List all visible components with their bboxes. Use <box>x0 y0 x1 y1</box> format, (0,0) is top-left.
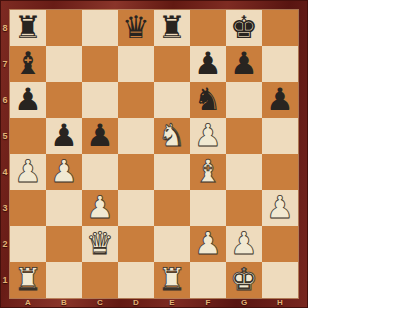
square-d6[interactable] <box>118 82 154 118</box>
square-c7[interactable] <box>82 46 118 82</box>
square-d1[interactable] <box>118 262 154 298</box>
chess-board-squares: ♜♛♜♚♝♟♟♟♞♟♟♟♞♟♟♟♝♟♟♛♟♟♜♜♚ <box>10 10 298 298</box>
square-f6[interactable]: ♞ <box>190 82 226 118</box>
square-g6[interactable] <box>226 82 262 118</box>
square-a8[interactable]: ♜ <box>10 10 46 46</box>
square-d2[interactable] <box>118 226 154 262</box>
square-b2[interactable] <box>46 226 82 262</box>
square-a4[interactable]: ♟ <box>10 154 46 190</box>
square-f7[interactable]: ♟ <box>190 46 226 82</box>
square-d4[interactable] <box>118 154 154 190</box>
black-king-piece[interactable]: ♚ <box>230 9 258 45</box>
square-d5[interactable] <box>118 118 154 154</box>
square-a3[interactable] <box>10 190 46 226</box>
square-e2[interactable] <box>154 226 190 262</box>
rank-label-5: 5 <box>0 118 10 154</box>
square-g3[interactable] <box>226 190 262 226</box>
square-h4[interactable] <box>262 154 298 190</box>
file-label-b: B <box>46 298 82 308</box>
square-e3[interactable] <box>154 190 190 226</box>
file-labels: ABCDEFGH <box>10 298 298 308</box>
black-pawn-piece[interactable]: ♟ <box>230 45 258 81</box>
square-a1[interactable]: ♜ <box>10 262 46 298</box>
black-knight-piece[interactable]: ♞ <box>194 81 222 117</box>
square-e5[interactable]: ♞ <box>154 118 190 154</box>
white-pawn-piece[interactable]: ♟ <box>266 189 294 225</box>
chess-board: 87654321 ABCDEFGH ♜♛♜♚♝♟♟♟♞♟♟♟♞♟♟♟♝♟♟♛♟♟… <box>0 0 308 308</box>
square-c3[interactable]: ♟ <box>82 190 118 226</box>
black-pawn-piece[interactable]: ♟ <box>14 81 42 117</box>
rank-label-1: 1 <box>0 262 10 298</box>
black-bishop-piece[interactable]: ♝ <box>14 45 42 81</box>
file-label-h: H <box>262 298 298 308</box>
white-pawn-piece[interactable]: ♟ <box>230 225 258 261</box>
square-c1[interactable] <box>82 262 118 298</box>
white-pawn-piece[interactable]: ♟ <box>194 117 222 153</box>
rank-label-3: 3 <box>0 190 10 226</box>
square-g7[interactable]: ♟ <box>226 46 262 82</box>
square-f8[interactable] <box>190 10 226 46</box>
file-label-f: F <box>190 298 226 308</box>
square-h3[interactable]: ♟ <box>262 190 298 226</box>
square-d7[interactable] <box>118 46 154 82</box>
rank-label-8: 8 <box>0 10 10 46</box>
square-e8[interactable]: ♜ <box>154 10 190 46</box>
black-rook-piece[interactable]: ♜ <box>158 9 186 45</box>
white-knight-piece[interactable]: ♞ <box>158 117 186 153</box>
square-g4[interactable] <box>226 154 262 190</box>
square-h6[interactable]: ♟ <box>262 82 298 118</box>
square-f5[interactable]: ♟ <box>190 118 226 154</box>
square-b8[interactable] <box>46 10 82 46</box>
square-g8[interactable]: ♚ <box>226 10 262 46</box>
black-pawn-piece[interactable]: ♟ <box>50 117 78 153</box>
square-h2[interactable] <box>262 226 298 262</box>
rank-label-7: 7 <box>0 46 10 82</box>
white-bishop-piece[interactable]: ♝ <box>194 153 222 189</box>
white-pawn-piece[interactable]: ♟ <box>14 153 42 189</box>
square-h7[interactable] <box>262 46 298 82</box>
black-pawn-piece[interactable]: ♟ <box>86 117 114 153</box>
square-b1[interactable] <box>46 262 82 298</box>
file-label-a: A <box>10 298 46 308</box>
square-c8[interactable] <box>82 10 118 46</box>
square-b3[interactable] <box>46 190 82 226</box>
file-label-d: D <box>118 298 154 308</box>
white-king-piece[interactable]: ♚ <box>230 261 258 297</box>
black-pawn-piece[interactable]: ♟ <box>266 81 294 117</box>
file-label-g: G <box>226 298 262 308</box>
square-g2[interactable]: ♟ <box>226 226 262 262</box>
square-e4[interactable] <box>154 154 190 190</box>
square-b7[interactable] <box>46 46 82 82</box>
black-rook-piece[interactable]: ♜ <box>14 9 42 45</box>
square-h5[interactable] <box>262 118 298 154</box>
rank-label-6: 6 <box>0 82 10 118</box>
rank-label-4: 4 <box>0 154 10 190</box>
square-d3[interactable] <box>118 190 154 226</box>
square-f3[interactable] <box>190 190 226 226</box>
page: { "game": "chess", "position": { "fen": … <box>0 0 414 311</box>
square-a6[interactable]: ♟ <box>10 82 46 118</box>
square-f2[interactable]: ♟ <box>190 226 226 262</box>
square-e7[interactable] <box>154 46 190 82</box>
square-c4[interactable] <box>82 154 118 190</box>
black-queen-piece[interactable]: ♛ <box>122 9 150 45</box>
square-g5[interactable] <box>226 118 262 154</box>
square-c6[interactable] <box>82 82 118 118</box>
square-a7[interactable]: ♝ <box>10 46 46 82</box>
rank-label-2: 2 <box>0 226 10 262</box>
square-a5[interactable] <box>10 118 46 154</box>
square-g1[interactable]: ♚ <box>226 262 262 298</box>
square-e1[interactable]: ♜ <box>154 262 190 298</box>
square-d8[interactable]: ♛ <box>118 10 154 46</box>
white-pawn-piece[interactable]: ♟ <box>86 189 114 225</box>
square-b4[interactable]: ♟ <box>46 154 82 190</box>
square-b6[interactable] <box>46 82 82 118</box>
square-c2[interactable]: ♛ <box>82 226 118 262</box>
square-f1[interactable] <box>190 262 226 298</box>
square-f4[interactable]: ♝ <box>190 154 226 190</box>
square-b5[interactable]: ♟ <box>46 118 82 154</box>
white-pawn-piece[interactable]: ♟ <box>50 153 78 189</box>
black-pawn-piece[interactable]: ♟ <box>194 45 222 81</box>
white-rook-piece[interactable]: ♜ <box>158 261 186 297</box>
white-queen-piece[interactable]: ♛ <box>86 225 114 261</box>
white-pawn-piece[interactable]: ♟ <box>194 225 222 261</box>
file-label-c: C <box>82 298 118 308</box>
square-h1[interactable] <box>262 262 298 298</box>
white-rook-piece[interactable]: ♜ <box>14 261 42 297</box>
file-label-e: E <box>154 298 190 308</box>
square-e6[interactable] <box>154 82 190 118</box>
square-a2[interactable] <box>10 226 46 262</box>
square-h8[interactable] <box>262 10 298 46</box>
rank-labels: 87654321 <box>0 10 10 298</box>
square-c5[interactable]: ♟ <box>82 118 118 154</box>
